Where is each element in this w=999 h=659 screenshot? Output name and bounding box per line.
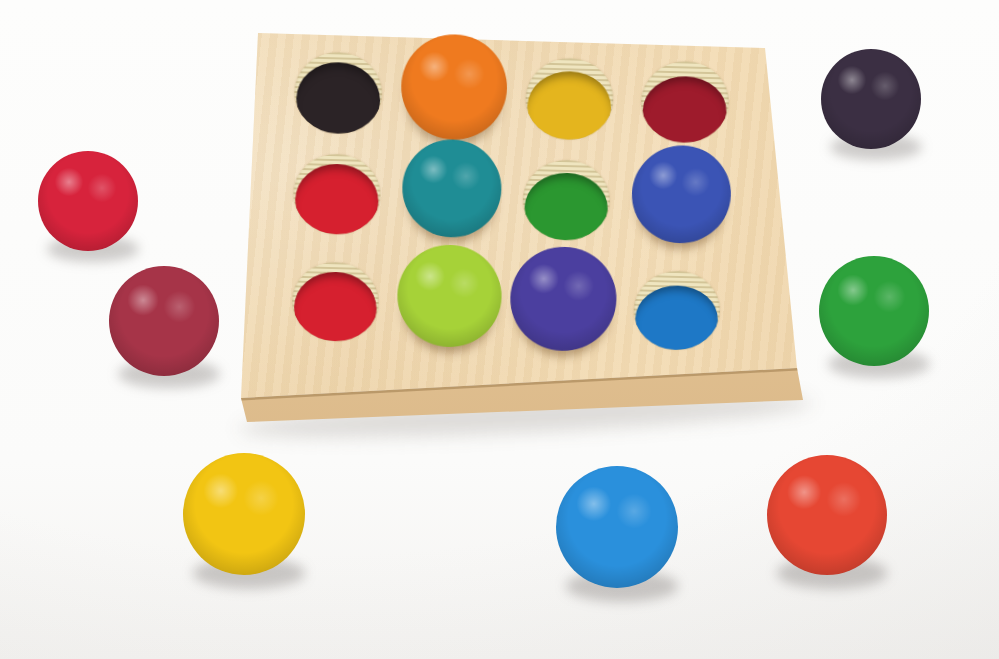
cell-r3c1 (278, 244, 393, 358)
cell-r2c4 (622, 150, 741, 256)
yellow-hole-r1c3[interactable] (525, 57, 615, 140)
green-hole-paint (524, 172, 609, 241)
scene (0, 0, 999, 659)
loose-red-ball[interactable] (38, 151, 138, 251)
cell-r1c3 (510, 48, 629, 150)
purple-ball-r3c3[interactable] (509, 246, 618, 353)
cell-r1c2 (395, 45, 513, 147)
blue-ball-r2c4[interactable] (630, 144, 733, 244)
dark-red-hole-r1c4[interactable] (640, 60, 731, 143)
lime-ball-r3c2[interactable] (397, 244, 503, 349)
loose-maroon-ball[interactable] (109, 266, 219, 376)
loose-dark-purple-ball[interactable] (821, 49, 921, 149)
cell-r1c4 (626, 51, 745, 153)
color-board-grid (278, 42, 745, 368)
cell-r3c4 (618, 253, 736, 367)
cell-r2c3 (508, 147, 626, 253)
light-blue-hole-r3c4[interactable] (632, 270, 721, 351)
black-hole-paint (296, 61, 381, 134)
cell-r2c2 (393, 144, 510, 250)
cell-r1c1 (280, 42, 397, 144)
loose-yellow-ball[interactable] (183, 453, 305, 575)
yellow-hole-paint (526, 70, 612, 140)
loose-blue-ball[interactable] (556, 466, 678, 588)
cell-r3c3 (505, 250, 622, 364)
green-hole-r2c3[interactable] (522, 159, 611, 241)
red-hole-paint (295, 163, 379, 235)
red-hole-r2c1[interactable] (293, 153, 381, 235)
teal-ball-r2c2[interactable] (401, 138, 502, 238)
loose-tomato-red-ball[interactable] (767, 455, 887, 575)
cell-r3c2 (391, 247, 507, 361)
loose-green-ball[interactable] (819, 256, 929, 366)
light-blue-hole-paint (634, 285, 719, 351)
black-hole-r1c1[interactable] (294, 51, 383, 134)
red-hole-r3c1[interactable] (292, 261, 379, 342)
dark-red-hole-paint (642, 75, 728, 143)
cell-r2c1 (279, 141, 395, 247)
orange-ball-r1c2[interactable] (400, 33, 508, 141)
red-hole-paint (294, 271, 377, 342)
